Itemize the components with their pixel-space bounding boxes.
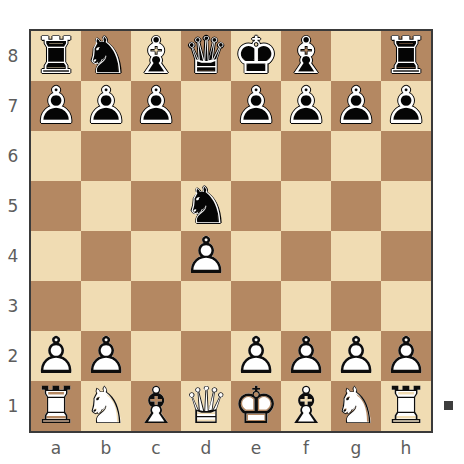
- square-h4[interactable]: [381, 231, 431, 281]
- black-bishop-outline-glyph: ♗: [281, 31, 331, 81]
- piece-black-pawn: ♟♙: [381, 81, 431, 131]
- piece-black-rook: ♜♖: [381, 31, 431, 81]
- white-queen-outline-glyph: ♕: [181, 381, 231, 431]
- black-pawn-outline-glyph: ♙: [231, 81, 281, 131]
- piece-white-rook: ♜♖: [381, 381, 431, 431]
- file-label-f: f: [281, 435, 331, 461]
- white-bishop-fill-glyph: ♝: [281, 381, 331, 431]
- square-g6[interactable]: [331, 131, 381, 181]
- white-knight-outline-glyph: ♘: [331, 381, 381, 431]
- piece-white-pawn: ♟♙: [381, 331, 431, 381]
- white-king-outline-glyph: ♔: [231, 381, 281, 431]
- white-pawn-fill-glyph: ♟: [181, 231, 231, 281]
- file-label-e: e: [231, 435, 281, 461]
- piece-white-queen: ♛♕: [181, 381, 231, 431]
- rank-label-1: 1: [0, 381, 26, 431]
- side-to-move-indicator: [444, 401, 453, 410]
- black-pawn-fill-glyph: ♟: [281, 81, 331, 131]
- square-a3[interactable]: [31, 281, 81, 331]
- black-rook-fill-glyph: ♜: [31, 31, 81, 81]
- square-f7[interactable]: ♟♙: [281, 81, 331, 131]
- rank-label-4: 4: [0, 231, 26, 281]
- square-b6[interactable]: [81, 131, 131, 181]
- square-a7[interactable]: ♟♙: [31, 81, 81, 131]
- square-a2[interactable]: ♟♙: [31, 331, 81, 381]
- piece-black-pawn: ♟♙: [131, 81, 181, 131]
- black-pawn-outline-glyph: ♙: [81, 81, 131, 131]
- square-g3[interactable]: [331, 281, 381, 331]
- square-c6[interactable]: [131, 131, 181, 181]
- file-label-b: b: [81, 435, 131, 461]
- piece-white-pawn: ♟♙: [31, 331, 81, 381]
- square-h5[interactable]: [381, 181, 431, 231]
- black-bishop-fill-glyph: ♝: [131, 31, 181, 81]
- square-b5[interactable]: [81, 181, 131, 231]
- piece-white-rook: ♜♖: [31, 381, 81, 431]
- square-d1[interactable]: ♛♕: [181, 381, 231, 431]
- piece-white-knight: ♞♘: [331, 381, 381, 431]
- square-a1[interactable]: ♜♖: [31, 381, 81, 431]
- black-pawn-outline-glyph: ♙: [331, 81, 381, 131]
- white-bishop-outline-glyph: ♗: [281, 381, 331, 431]
- piece-black-pawn: ♟♙: [81, 81, 131, 131]
- black-knight-outline-glyph: ♘: [81, 31, 131, 81]
- black-pawn-outline-glyph: ♙: [381, 81, 431, 131]
- black-queen-outline-glyph: ♕: [181, 31, 231, 81]
- square-e8[interactable]: ♚♔: [231, 31, 281, 81]
- rank-label-7: 7: [0, 81, 26, 131]
- piece-white-king: ♚♔: [231, 381, 281, 431]
- piece-white-bishop: ♝♗: [131, 381, 181, 431]
- piece-black-pawn: ♟♙: [231, 81, 281, 131]
- white-pawn-fill-glyph: ♟: [281, 331, 331, 381]
- white-knight-outline-glyph: ♘: [81, 381, 131, 431]
- file-labels: abcdefgh: [31, 435, 431, 461]
- square-d2[interactable]: [181, 331, 231, 381]
- square-h8[interactable]: ♜♖: [381, 31, 431, 81]
- file-label-a: a: [31, 435, 81, 461]
- black-king-fill-glyph: ♚: [231, 31, 281, 81]
- square-c7[interactable]: ♟♙: [131, 81, 181, 131]
- square-a4[interactable]: [31, 231, 81, 281]
- board-frame: ♜♖♞♘♝♗♛♕♚♔♝♗♜♖♟♙♟♙♟♙♟♙♟♙♟♙♟♙♞♘♟♙♟♙♟♙♟♙♟♙…: [29, 29, 433, 433]
- rank-label-2: 2: [0, 331, 26, 381]
- white-pawn-outline-glyph: ♙: [181, 231, 231, 281]
- black-pawn-fill-glyph: ♟: [81, 81, 131, 131]
- square-f5[interactable]: [281, 181, 331, 231]
- square-e7[interactable]: ♟♙: [231, 81, 281, 131]
- square-h6[interactable]: [381, 131, 431, 181]
- piece-white-bishop: ♝♗: [281, 381, 331, 431]
- square-g2[interactable]: ♟♙: [331, 331, 381, 381]
- piece-white-pawn: ♟♙: [81, 331, 131, 381]
- piece-black-bishop: ♝♗: [281, 31, 331, 81]
- chess-board: ♜♖♞♘♝♗♛♕♚♔♝♗♜♖♟♙♟♙♟♙♟♙♟♙♟♙♟♙♞♘♟♙♟♙♟♙♟♙♟♙…: [31, 31, 431, 431]
- white-pawn-outline-glyph: ♙: [381, 331, 431, 381]
- white-knight-fill-glyph: ♞: [331, 381, 381, 431]
- square-g1[interactable]: ♞♘: [331, 381, 381, 431]
- square-f6[interactable]: [281, 131, 331, 181]
- square-d3[interactable]: [181, 281, 231, 331]
- square-b4[interactable]: [81, 231, 131, 281]
- square-g4[interactable]: [331, 231, 381, 281]
- black-rook-fill-glyph: ♜: [381, 31, 431, 81]
- white-knight-fill-glyph: ♞: [81, 381, 131, 431]
- square-e5[interactable]: [231, 181, 281, 231]
- square-a6[interactable]: [31, 131, 81, 181]
- square-e4[interactable]: [231, 231, 281, 281]
- black-pawn-fill-glyph: ♟: [131, 81, 181, 131]
- piece-black-queen: ♛♕: [181, 31, 231, 81]
- square-h3[interactable]: [381, 281, 431, 331]
- square-f3[interactable]: [281, 281, 331, 331]
- square-c3[interactable]: [131, 281, 181, 331]
- rank-label-3: 3: [0, 281, 26, 331]
- black-pawn-fill-glyph: ♟: [381, 81, 431, 131]
- page: 87654321 ♜♖♞♘♝♗♛♕♚♔♝♗♜♖♟♙♟♙♟♙♟♙♟♙♟♙♟♙♞♘♟…: [0, 0, 464, 464]
- black-rook-outline-glyph: ♖: [31, 31, 81, 81]
- square-h2[interactable]: ♟♙: [381, 331, 431, 381]
- rank-label-8: 8: [0, 31, 26, 81]
- white-rook-outline-glyph: ♖: [381, 381, 431, 431]
- white-pawn-fill-glyph: ♟: [381, 331, 431, 381]
- piece-white-knight: ♞♘: [81, 381, 131, 431]
- white-pawn-outline-glyph: ♙: [281, 331, 331, 381]
- file-label-h: h: [381, 435, 431, 461]
- black-knight-outline-glyph: ♘: [181, 181, 231, 231]
- black-bishop-outline-glyph: ♗: [131, 31, 181, 81]
- square-c8[interactable]: ♝♗: [131, 31, 181, 81]
- piece-black-pawn: ♟♙: [331, 81, 381, 131]
- square-h7[interactable]: ♟♙: [381, 81, 431, 131]
- piece-white-pawn: ♟♙: [231, 331, 281, 381]
- white-pawn-fill-glyph: ♟: [31, 331, 81, 381]
- rank-labels: 87654321: [0, 31, 26, 431]
- white-pawn-fill-glyph: ♟: [81, 331, 131, 381]
- square-e6[interactable]: [231, 131, 281, 181]
- square-b7[interactable]: ♟♙: [81, 81, 131, 131]
- square-g7[interactable]: ♟♙: [331, 81, 381, 131]
- square-e3[interactable]: [231, 281, 281, 331]
- white-pawn-outline-glyph: ♙: [81, 331, 131, 381]
- piece-black-pawn: ♟♙: [281, 81, 331, 131]
- white-pawn-fill-glyph: ♟: [231, 331, 281, 381]
- white-rook-fill-glyph: ♜: [31, 381, 81, 431]
- square-b8[interactable]: ♞♘: [81, 31, 131, 81]
- square-c1[interactable]: ♝♗: [131, 381, 181, 431]
- white-bishop-outline-glyph: ♗: [131, 381, 181, 431]
- black-pawn-fill-glyph: ♟: [331, 81, 381, 131]
- piece-white-pawn: ♟♙: [331, 331, 381, 381]
- square-f2[interactable]: ♟♙: [281, 331, 331, 381]
- piece-black-king: ♚♔: [231, 31, 281, 81]
- white-pawn-outline-glyph: ♙: [31, 331, 81, 381]
- square-f4[interactable]: [281, 231, 331, 281]
- rank-label-5: 5: [0, 181, 26, 231]
- square-b2[interactable]: ♟♙: [81, 331, 131, 381]
- square-a8[interactable]: ♜♖: [31, 31, 81, 81]
- white-rook-outline-glyph: ♖: [31, 381, 81, 431]
- square-g8[interactable]: [331, 31, 381, 81]
- square-h1[interactable]: ♜♖: [381, 381, 431, 431]
- white-queen-fill-glyph: ♛: [181, 381, 231, 431]
- square-g5[interactable]: [331, 181, 381, 231]
- black-king-outline-glyph: ♔: [231, 31, 281, 81]
- square-f8[interactable]: ♝♗: [281, 31, 331, 81]
- square-c2[interactable]: [131, 331, 181, 381]
- square-d5[interactable]: ♞♘: [181, 181, 231, 231]
- square-c5[interactable]: [131, 181, 181, 231]
- square-b3[interactable]: [81, 281, 131, 331]
- file-label-g: g: [331, 435, 381, 461]
- piece-white-pawn: ♟♙: [181, 231, 231, 281]
- black-rook-outline-glyph: ♖: [381, 31, 431, 81]
- square-d7[interactable]: [181, 81, 231, 131]
- piece-white-pawn: ♟♙: [281, 331, 331, 381]
- piece-black-knight: ♞♘: [181, 181, 231, 231]
- black-bishop-fill-glyph: ♝: [281, 31, 331, 81]
- square-b1[interactable]: ♞♘: [81, 381, 131, 431]
- piece-black-rook: ♜♖: [31, 31, 81, 81]
- white-king-fill-glyph: ♚: [231, 381, 281, 431]
- black-pawn-fill-glyph: ♟: [231, 81, 281, 131]
- square-d6[interactable]: [181, 131, 231, 181]
- square-c4[interactable]: [131, 231, 181, 281]
- file-label-c: c: [131, 435, 181, 461]
- square-e1[interactable]: ♚♔: [231, 381, 281, 431]
- rank-label-6: 6: [0, 131, 26, 181]
- white-pawn-outline-glyph: ♙: [331, 331, 381, 381]
- white-pawn-fill-glyph: ♟: [331, 331, 381, 381]
- square-e2[interactable]: ♟♙: [231, 331, 281, 381]
- black-pawn-fill-glyph: ♟: [31, 81, 81, 131]
- black-queen-fill-glyph: ♛: [181, 31, 231, 81]
- black-pawn-outline-glyph: ♙: [31, 81, 81, 131]
- black-knight-fill-glyph: ♞: [181, 181, 231, 231]
- black-pawn-outline-glyph: ♙: [131, 81, 181, 131]
- piece-black-knight: ♞♘: [81, 31, 131, 81]
- file-label-d: d: [181, 435, 231, 461]
- square-a5[interactable]: [31, 181, 81, 231]
- black-pawn-outline-glyph: ♙: [281, 81, 331, 131]
- white-pawn-outline-glyph: ♙: [231, 331, 281, 381]
- piece-black-pawn: ♟♙: [31, 81, 81, 131]
- square-f1[interactable]: ♝♗: [281, 381, 331, 431]
- piece-black-bishop: ♝♗: [131, 31, 181, 81]
- white-rook-fill-glyph: ♜: [381, 381, 431, 431]
- black-knight-fill-glyph: ♞: [81, 31, 131, 81]
- white-bishop-fill-glyph: ♝: [131, 381, 181, 431]
- square-d4[interactable]: ♟♙: [181, 231, 231, 281]
- square-d8[interactable]: ♛♕: [181, 31, 231, 81]
